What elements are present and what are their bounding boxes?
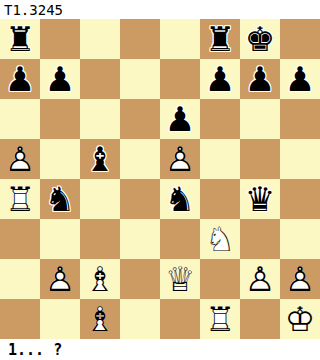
square-b5[interactable] xyxy=(40,139,80,179)
square-c3[interactable] xyxy=(80,219,120,259)
square-g7[interactable]: ♟ xyxy=(240,59,280,99)
square-f4[interactable] xyxy=(200,179,240,219)
piece-glyph: ♞ xyxy=(160,179,200,219)
piece-glyph: ♟ xyxy=(280,59,320,99)
chess-board: ♜♜♚♟♟♟♟♟♟♟♙♝♟♙♜♖♞♞♛♞♘♟♙♝♗♛♕♟♙♟♙♝♗♜♖♚♔ xyxy=(0,19,320,339)
square-g1[interactable] xyxy=(240,299,280,339)
square-f5[interactable] xyxy=(200,139,240,179)
piece-outline-glyph: ♗ xyxy=(80,259,120,299)
square-a1[interactable] xyxy=(0,299,40,339)
square-h3[interactable] xyxy=(280,219,320,259)
square-b6[interactable] xyxy=(40,99,80,139)
piece-outline-glyph: ♖ xyxy=(0,179,40,219)
square-d5[interactable] xyxy=(120,139,160,179)
piece-black-rook[interactable]: ♜ xyxy=(0,19,40,59)
piece-glyph: ♟ xyxy=(0,59,40,99)
square-c4[interactable] xyxy=(80,179,120,219)
piece-black-pawn[interactable]: ♟ xyxy=(280,59,320,99)
piece-outline-glyph: ♙ xyxy=(160,139,200,179)
piece-glyph: ♜ xyxy=(200,19,240,59)
square-h6[interactable] xyxy=(280,99,320,139)
square-h1[interactable]: ♚♔ xyxy=(280,299,320,339)
piece-white-rook[interactable]: ♜♖ xyxy=(200,299,240,339)
square-f8[interactable]: ♜ xyxy=(200,19,240,59)
piece-outline-glyph: ♖ xyxy=(200,299,240,339)
piece-black-queen[interactable]: ♛ xyxy=(240,179,280,219)
piece-white-rook[interactable]: ♜♖ xyxy=(0,179,40,219)
square-a5[interactable]: ♟♙ xyxy=(0,139,40,179)
piece-black-knight[interactable]: ♞ xyxy=(40,179,80,219)
square-g6[interactable] xyxy=(240,99,280,139)
square-a3[interactable] xyxy=(0,219,40,259)
piece-outline-glyph: ♙ xyxy=(0,139,40,179)
square-e2[interactable]: ♛♕ xyxy=(160,259,200,299)
title-bar: T1.3245 xyxy=(0,0,320,19)
square-d7[interactable] xyxy=(120,59,160,99)
square-a7[interactable]: ♟ xyxy=(0,59,40,99)
square-c8[interactable] xyxy=(80,19,120,59)
square-c5[interactable]: ♝ xyxy=(80,139,120,179)
piece-black-pawn[interactable]: ♟ xyxy=(0,59,40,99)
square-d3[interactable] xyxy=(120,219,160,259)
piece-white-bishop[interactable]: ♝♗ xyxy=(80,259,120,299)
piece-outline-glyph: ♗ xyxy=(80,299,120,339)
square-c2[interactable]: ♝♗ xyxy=(80,259,120,299)
square-e1[interactable] xyxy=(160,299,200,339)
piece-white-pawn[interactable]: ♟♙ xyxy=(40,259,80,299)
piece-glyph: ♟ xyxy=(160,99,200,139)
piece-white-queen[interactable]: ♛♕ xyxy=(160,259,200,299)
square-b7[interactable]: ♟ xyxy=(40,59,80,99)
piece-white-pawn[interactable]: ♟♙ xyxy=(280,259,320,299)
square-d1[interactable] xyxy=(120,299,160,339)
square-g2[interactable]: ♟♙ xyxy=(240,259,280,299)
square-c1[interactable]: ♝♗ xyxy=(80,299,120,339)
move-prompt: 1... ? xyxy=(8,341,62,359)
square-c6[interactable] xyxy=(80,99,120,139)
piece-outline-glyph: ♙ xyxy=(280,259,320,299)
square-g5[interactable] xyxy=(240,139,280,179)
square-d8[interactable] xyxy=(120,19,160,59)
square-f1[interactable]: ♜♖ xyxy=(200,299,240,339)
square-c7[interactable] xyxy=(80,59,120,99)
piece-white-knight[interactable]: ♞♘ xyxy=(200,219,240,259)
square-e5[interactable]: ♟♙ xyxy=(160,139,200,179)
square-d4[interactable] xyxy=(120,179,160,219)
piece-black-pawn[interactable]: ♟ xyxy=(40,59,80,99)
status-bar: 1... ? xyxy=(0,339,320,360)
square-e4[interactable]: ♞ xyxy=(160,179,200,219)
square-g4[interactable]: ♛ xyxy=(240,179,280,219)
piece-glyph: ♚ xyxy=(240,19,280,59)
piece-white-pawn[interactable]: ♟♙ xyxy=(160,139,200,179)
piece-glyph: ♟ xyxy=(200,59,240,99)
piece-black-pawn[interactable]: ♟ xyxy=(160,99,200,139)
square-f3[interactable]: ♞♘ xyxy=(200,219,240,259)
piece-outline-glyph: ♙ xyxy=(40,259,80,299)
square-e6[interactable]: ♟ xyxy=(160,99,200,139)
square-b2[interactable]: ♟♙ xyxy=(40,259,80,299)
piece-glyph: ♞ xyxy=(40,179,80,219)
square-b8[interactable] xyxy=(40,19,80,59)
piece-outline-glyph: ♘ xyxy=(200,219,240,259)
square-d2[interactable] xyxy=(120,259,160,299)
square-g3[interactable] xyxy=(240,219,280,259)
square-d6[interactable] xyxy=(120,99,160,139)
square-e8[interactable] xyxy=(160,19,200,59)
square-h8[interactable] xyxy=(280,19,320,59)
square-f7[interactable]: ♟ xyxy=(200,59,240,99)
square-h2[interactable]: ♟♙ xyxy=(280,259,320,299)
piece-black-king[interactable]: ♚ xyxy=(240,19,280,59)
square-b4[interactable]: ♞ xyxy=(40,179,80,219)
square-g8[interactable]: ♚ xyxy=(240,19,280,59)
piece-outline-glyph: ♔ xyxy=(280,299,320,339)
piece-white-bishop[interactable]: ♝♗ xyxy=(80,299,120,339)
piece-white-king[interactable]: ♚♔ xyxy=(280,299,320,339)
square-h7[interactable]: ♟ xyxy=(280,59,320,99)
piece-glyph: ♟ xyxy=(40,59,80,99)
square-e3[interactable] xyxy=(160,219,200,259)
piece-outline-glyph: ♙ xyxy=(240,259,280,299)
square-h5[interactable] xyxy=(280,139,320,179)
piece-white-pawn[interactable]: ♟♙ xyxy=(240,259,280,299)
piece-glyph: ♜ xyxy=(0,19,40,59)
square-a6[interactable] xyxy=(0,99,40,139)
piece-black-rook[interactable]: ♜ xyxy=(200,19,240,59)
piece-black-pawn[interactable]: ♟ xyxy=(200,59,240,99)
piece-glyph: ♛ xyxy=(240,179,280,219)
piece-black-bishop[interactable]: ♝ xyxy=(80,139,120,179)
piece-glyph: ♝ xyxy=(80,139,120,179)
piece-glyph: ♟ xyxy=(240,59,280,99)
square-f2[interactable] xyxy=(200,259,240,299)
piece-black-knight[interactable]: ♞ xyxy=(160,179,200,219)
square-a4[interactable]: ♜♖ xyxy=(0,179,40,219)
square-h4[interactable] xyxy=(280,179,320,219)
piece-outline-glyph: ♕ xyxy=(160,259,200,299)
piece-white-pawn[interactable]: ♟♙ xyxy=(0,139,40,179)
square-e7[interactable] xyxy=(160,59,200,99)
square-a2[interactable] xyxy=(0,259,40,299)
square-b1[interactable] xyxy=(40,299,80,339)
piece-black-pawn[interactable]: ♟ xyxy=(240,59,280,99)
puzzle-title: T1.3245 xyxy=(4,2,63,18)
square-b3[interactable] xyxy=(40,219,80,259)
square-f6[interactable] xyxy=(200,99,240,139)
square-a8[interactable]: ♜ xyxy=(0,19,40,59)
